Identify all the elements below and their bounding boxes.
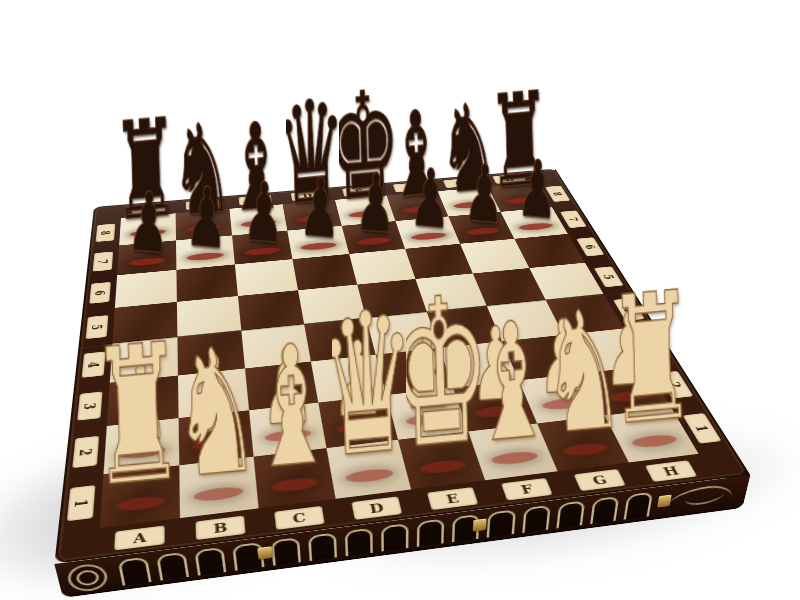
file-label-bottom-e: E — [427, 487, 478, 510]
front-arch — [345, 528, 373, 556]
chessboard: 8877665544332211AABBCCDDEEFFGGHH ♜♞♝♛♚♝♞… — [54, 169, 750, 564]
carved-rosette — [65, 562, 110, 593]
front-arch — [522, 505, 551, 533]
brass-clasp-2 — [473, 518, 487, 531]
file-label-bottom-d: D — [351, 496, 402, 520]
piece-white-bishop-c1[interactable]: ♝ — [257, 240, 333, 484]
front-arch — [381, 523, 409, 551]
front-arch — [590, 496, 619, 524]
file-label-bottom-a: A — [114, 525, 164, 550]
front-arch — [156, 552, 189, 581]
front-arch — [118, 557, 152, 586]
file-label-bottom-c: C — [274, 506, 324, 530]
front-arch — [417, 519, 445, 547]
piece-white-rook-a1[interactable]: ♜ — [102, 254, 179, 503]
piece-white-knight-b1[interactable]: ♞ — [180, 247, 256, 493]
file-label-bottom-g: G — [574, 469, 626, 491]
front-arch — [487, 509, 515, 537]
piece-white-rook-h1[interactable]: ♜ — [619, 208, 691, 441]
front-arch — [308, 533, 337, 562]
piece-white-knight-g1[interactable]: ♞ — [549, 214, 622, 449]
product-photo-scene: 8877665544332211AABBCCDDEEFFGGHH ♜♞♝♛♚♝♞… — [0, 0, 800, 600]
rank-label-left-1: 1 — [67, 485, 96, 521]
leaf-carving — [663, 483, 735, 511]
file-label-bottom-f: F — [501, 478, 553, 501]
front-arch — [624, 492, 654, 520]
file-label-bottom-h: H — [645, 460, 697, 482]
front-arch — [556, 500, 585, 528]
brass-clasp-1 — [257, 546, 272, 559]
front-arch — [195, 547, 227, 576]
file-label-bottom-b: B — [196, 516, 246, 541]
piece-white-queen-d1[interactable]: ♛ — [332, 233, 407, 475]
front-arch — [270, 537, 300, 566]
